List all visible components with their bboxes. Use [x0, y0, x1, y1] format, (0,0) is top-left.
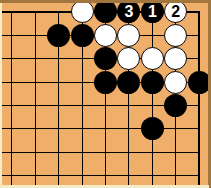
intersection-r5c6 — [117, 94, 140, 117]
intersection-r8c5 — [94, 164, 117, 187]
intersection-r6c5 — [94, 117, 117, 140]
white-stone — [164, 71, 187, 94]
black-stone — [94, 47, 117, 70]
white-stone — [141, 47, 164, 70]
intersection-r1c6: 3 — [117, 0, 140, 23]
intersection-r5c7 — [141, 94, 164, 117]
white-stone — [71, 0, 94, 23]
move-number-label: 3 — [124, 0, 133, 23]
intersection-r7c5 — [94, 141, 117, 164]
intersection-r1c3 — [47, 0, 70, 23]
go-diagram: 312 — [0, 0, 211, 188]
intersection-r8c8 — [164, 164, 187, 187]
intersection-r4c7 — [141, 70, 164, 93]
intersection-r8c2 — [24, 164, 47, 187]
intersection-r2c2 — [24, 24, 47, 47]
black-stone — [94, 71, 117, 94]
intersection-r8c7 — [141, 164, 164, 187]
intersection-r5c5 — [94, 94, 117, 117]
intersection-r2c8 — [164, 24, 187, 47]
intersection-r8c4 — [70, 164, 93, 187]
intersection-r2c4 — [70, 24, 93, 47]
white-stone — [94, 24, 117, 47]
intersection-r7c4 — [70, 141, 93, 164]
intersection-r6c1 — [0, 117, 23, 140]
intersection-r8c1 — [0, 164, 23, 187]
move-number-label: 1 — [148, 0, 157, 23]
intersection-r3c7 — [141, 47, 164, 70]
move-number-label: 2 — [171, 0, 180, 23]
intersection-r3c2 — [24, 47, 47, 70]
white-stone — [117, 24, 140, 47]
intersection-r8c3 — [47, 164, 70, 187]
intersection-r3c8 — [164, 47, 187, 70]
intersection-r3c4 — [70, 47, 93, 70]
intersection-r7c6 — [117, 141, 140, 164]
intersection-r5c8 — [164, 94, 187, 117]
intersection-r5c1 — [0, 94, 23, 117]
black-stone — [164, 94, 187, 117]
intersection-r2c3 — [47, 24, 70, 47]
intersection-r7c1 — [0, 141, 23, 164]
white-stone — [117, 47, 140, 70]
intersection-r4c4 — [70, 70, 93, 93]
intersection-r3c6 — [117, 47, 140, 70]
intersection-r1c1 — [0, 0, 23, 23]
intersection-r5c3 — [47, 94, 70, 117]
intersection-r7c8 — [164, 141, 187, 164]
intersection-r1c8: 2 — [164, 0, 187, 23]
intersection-r6c6 — [117, 117, 140, 140]
intersection-r1c4 — [70, 0, 93, 23]
intersection-r7c2 — [24, 141, 47, 164]
intersection-r6c2 — [24, 117, 47, 140]
move-2-stone: 2 — [164, 0, 187, 23]
black-stone — [141, 117, 164, 140]
intersection-r3c5 — [94, 47, 117, 70]
move-1-stone: 1 — [141, 0, 164, 23]
intersection-r1c2 — [24, 0, 47, 23]
intersection-r6c7 — [141, 117, 164, 140]
black-stone — [47, 24, 70, 47]
black-stone — [141, 71, 164, 94]
board-right-edge-shadow — [208, 0, 211, 188]
black-stone — [94, 0, 117, 23]
intersection-r8c6 — [117, 164, 140, 187]
intersection-r2c5 — [94, 24, 117, 47]
intersection-r6c8 — [164, 117, 187, 140]
go-board: 312 — [0, 0, 211, 187]
intersection-r6c3 — [47, 117, 70, 140]
black-stone — [71, 24, 94, 47]
white-stone — [164, 24, 187, 47]
intersection-r3c3 — [47, 47, 70, 70]
intersection-r4c6 — [117, 70, 140, 93]
intersection-r7c3 — [47, 141, 70, 164]
move-3-stone: 3 — [117, 0, 140, 23]
intersection-r2c1 — [0, 24, 23, 47]
board-top-edge-shadow — [0, 0, 211, 3]
intersection-r7c7 — [141, 141, 164, 164]
white-stone — [164, 47, 187, 70]
intersection-r3c1 — [0, 47, 23, 70]
intersection-r4c2 — [24, 70, 47, 93]
intersection-r4c1 — [0, 70, 23, 93]
intersection-r1c7: 1 — [141, 0, 164, 23]
intersection-r4c5 — [94, 70, 117, 93]
intersection-r2c7 — [141, 24, 164, 47]
black-stone — [117, 71, 140, 94]
intersection-r5c4 — [70, 94, 93, 117]
intersection-r4c8 — [164, 70, 187, 93]
intersection-r6c4 — [70, 117, 93, 140]
crop-border-bottom — [0, 185, 209, 188]
crop-border-left — [0, 3, 2, 188]
intersection-r1c5 — [94, 0, 117, 23]
intersection-r5c2 — [24, 94, 47, 117]
intersection-r2c6 — [117, 24, 140, 47]
intersection-r4c3 — [47, 70, 70, 93]
